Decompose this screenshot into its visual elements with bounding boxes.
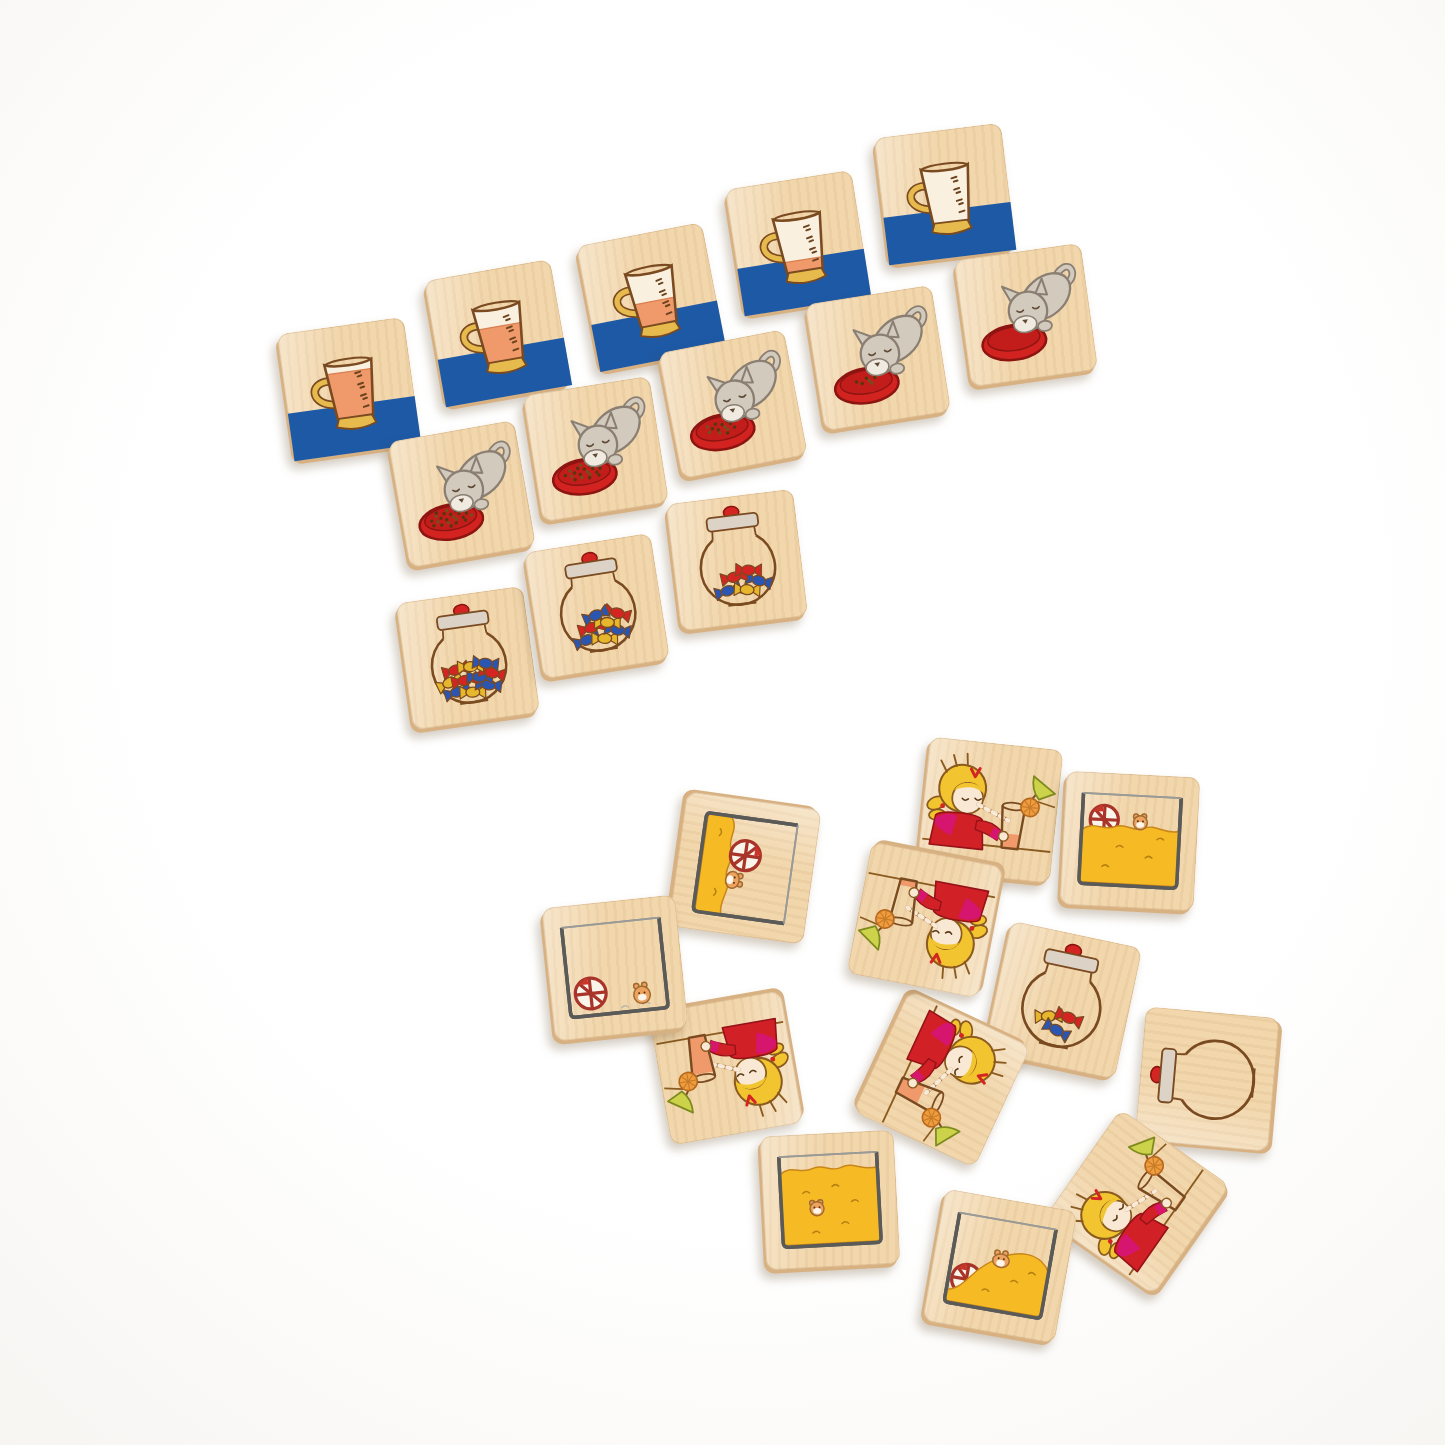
tile-cage-1-face: [760, 1130, 901, 1271]
tile-girl-5[interactable]: [1070, 1135, 1204, 1269]
kitten-bowl-art: [954, 243, 1099, 388]
tile-cup-4[interactable]: [734, 179, 862, 307]
tile-cat-2[interactable]: [532, 385, 660, 513]
tile-girl-5-face: [1044, 1109, 1231, 1296]
photo-of-wooden-memo-tiles: [0, 0, 1445, 1445]
tile-girl-4-face: [846, 841, 1003, 998]
hamster-cage-art: [760, 1130, 901, 1271]
girl-lemonade-art: [846, 841, 1003, 998]
tile-cage-3-face: [922, 1188, 1077, 1343]
kitten-bowl-art: [805, 285, 951, 431]
tile-jar-2-face: [524, 533, 670, 679]
tile-girl-2[interactable]: [875, 1012, 1009, 1146]
tile-jar-1-face: [396, 586, 541, 731]
hamster-cage-art: [668, 791, 822, 945]
kitten-bowl-art: [658, 329, 808, 479]
hamster-cage-art: [1060, 771, 1201, 912]
tile-cat-3-face: [658, 329, 808, 479]
tile-cage-5[interactable]: [548, 901, 682, 1035]
tile-jar-5-face: [1134, 1006, 1279, 1151]
girl-lemonade-art: [1044, 1109, 1231, 1296]
hamster-cage-art: [922, 1188, 1077, 1343]
candy-jar-art: [396, 586, 541, 731]
measuring-cup-art: [874, 123, 1017, 266]
tile-jar-5[interactable]: [1140, 1012, 1274, 1146]
tile-cage-5-face: [541, 894, 688, 1041]
tile-cage-2[interactable]: [1063, 774, 1197, 908]
kitten-bowl-art: [388, 420, 536, 568]
tile-cat-4-face: [805, 285, 951, 431]
tile-jar-2[interactable]: [533, 542, 661, 670]
tile-cup-2[interactable]: [434, 269, 562, 397]
candy-jar-art: [666, 489, 809, 632]
tile-jar-3[interactable]: [673, 496, 801, 624]
tile-jar-1[interactable]: [404, 594, 532, 722]
candy-jar-art: [524, 533, 670, 679]
tile-cat-3[interactable]: [669, 340, 797, 468]
tile-girl-4[interactable]: [858, 853, 992, 987]
tile-cat-4[interactable]: [814, 294, 942, 422]
tile-cup-5-face: [874, 123, 1017, 266]
candy-jar-art: [1134, 1006, 1279, 1151]
tile-cage-1[interactable]: [763, 1133, 897, 1267]
tile-cat-5-face: [954, 243, 1099, 388]
kitten-bowl-art: [523, 376, 669, 522]
tile-cage-3[interactable]: [933, 1199, 1067, 1333]
tile-cat-2-face: [523, 376, 669, 522]
tile-jar-3-face: [666, 489, 809, 632]
tile-cat-1[interactable]: [398, 430, 526, 558]
tile-cat-5[interactable]: [962, 251, 1090, 379]
tile-cup-5[interactable]: [881, 130, 1009, 258]
tile-cup-1[interactable]: [285, 325, 413, 453]
tile-cage-4-face: [668, 791, 822, 945]
hamster-cage-art: [541, 894, 688, 1041]
tile-cage-2-face: [1060, 771, 1201, 912]
tile-cage-4[interactable]: [677, 800, 813, 936]
tile-cat-1-face: [388, 420, 536, 568]
